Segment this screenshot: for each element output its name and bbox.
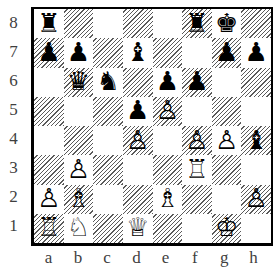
- square-c8[interactable]: [93, 9, 123, 38]
- black-rook[interactable]: ♜: [37, 10, 60, 36]
- white-bishop[interactable]: ♗: [156, 185, 179, 211]
- square-b5[interactable]: [64, 97, 94, 126]
- square-b4[interactable]: [64, 126, 94, 155]
- square-b6[interactable]: ♛: [64, 68, 94, 97]
- rank-label: 8: [0, 9, 27, 38]
- chess-diagram: 87654321 ♜♜♚♟♟♝♟♟♛♞♟♟♟♙♙♙♙♝♙♖♙♗♗♙♖♘♕♔ ab…: [0, 0, 279, 280]
- square-h4[interactable]: ♝: [241, 126, 271, 155]
- square-g8[interactable]: ♚: [212, 9, 242, 38]
- square-f6[interactable]: ♟: [182, 68, 212, 97]
- square-a4[interactable]: [34, 126, 64, 155]
- black-bishop[interactable]: ♝: [245, 127, 268, 153]
- white-pawn[interactable]: ♙: [215, 127, 238, 153]
- square-d1[interactable]: ♕: [123, 214, 153, 243]
- white-queen[interactable]: ♕: [126, 214, 149, 240]
- square-c2[interactable]: [93, 185, 123, 214]
- square-d2[interactable]: [123, 185, 153, 214]
- square-c7[interactable]: [93, 38, 123, 67]
- board-grid: ♜♜♚♟♟♝♟♟♛♞♟♟♟♙♙♙♙♝♙♖♙♗♗♙♖♘♕♔: [34, 9, 271, 243]
- square-c5[interactable]: [93, 97, 123, 126]
- rank-label: 1: [0, 211, 27, 240]
- square-b2[interactable]: ♗: [64, 185, 94, 214]
- square-h5[interactable]: [241, 97, 271, 126]
- black-pawn[interactable]: ♟: [185, 68, 208, 94]
- square-e7[interactable]: [153, 38, 183, 67]
- rank-labels: 87654321: [0, 9, 27, 240]
- square-a1[interactable]: ♖: [34, 214, 64, 243]
- black-pawn[interactable]: ♟: [245, 39, 268, 65]
- square-c6[interactable]: ♞: [93, 68, 123, 97]
- square-a2[interactable]: ♙: [34, 185, 64, 214]
- square-g6[interactable]: [212, 68, 242, 97]
- file-label: f: [180, 246, 209, 270]
- file-label: e: [151, 246, 180, 270]
- black-rook[interactable]: ♜: [185, 10, 208, 36]
- square-f2[interactable]: [182, 185, 212, 214]
- black-pawn[interactable]: ♟: [215, 39, 238, 65]
- square-c4[interactable]: [93, 126, 123, 155]
- file-label: c: [93, 246, 122, 270]
- square-f3[interactable]: ♖: [182, 155, 212, 184]
- square-g7[interactable]: ♟: [212, 38, 242, 67]
- rank-label: 5: [0, 96, 27, 125]
- black-knight[interactable]: ♞: [96, 68, 119, 94]
- white-bishop[interactable]: ♗: [67, 185, 90, 211]
- square-a7[interactable]: ♟: [34, 38, 64, 67]
- square-h6[interactable]: [241, 68, 271, 97]
- square-g4[interactable]: ♙: [212, 126, 242, 155]
- square-g1[interactable]: ♔: [212, 214, 242, 243]
- square-a8[interactable]: ♜: [34, 9, 64, 38]
- square-a3[interactable]: [34, 155, 64, 184]
- square-h7[interactable]: ♟: [241, 38, 271, 67]
- file-label: g: [210, 246, 239, 270]
- square-d7[interactable]: ♝: [123, 38, 153, 67]
- square-b1[interactable]: ♘: [64, 214, 94, 243]
- white-pawn[interactable]: ♙: [245, 185, 268, 211]
- square-e2[interactable]: ♗: [153, 185, 183, 214]
- square-e1[interactable]: [153, 214, 183, 243]
- black-bishop[interactable]: ♝: [126, 39, 149, 65]
- square-a6[interactable]: [34, 68, 64, 97]
- square-d6[interactable]: [123, 68, 153, 97]
- rank-label: 7: [0, 38, 27, 67]
- black-king[interactable]: ♚: [215, 10, 238, 36]
- black-pawn[interactable]: ♟: [156, 68, 179, 94]
- square-e3[interactable]: [153, 155, 183, 184]
- square-e6[interactable]: ♟: [153, 68, 183, 97]
- square-b7[interactable]: ♟: [64, 38, 94, 67]
- rank-label: 6: [0, 67, 27, 96]
- rank-label: 3: [0, 153, 27, 182]
- white-knight[interactable]: ♘: [67, 214, 90, 240]
- file-label: h: [239, 246, 268, 270]
- square-f7[interactable]: [182, 38, 212, 67]
- square-h8[interactable]: [241, 9, 271, 38]
- white-pawn[interactable]: ♙: [126, 127, 149, 153]
- black-pawn[interactable]: ♟: [126, 97, 149, 123]
- square-f1[interactable]: [182, 214, 212, 243]
- file-label: b: [63, 246, 92, 270]
- rank-label: 2: [0, 182, 27, 211]
- file-label: d: [122, 246, 151, 270]
- white-pawn[interactable]: ♙: [67, 156, 90, 182]
- square-f4[interactable]: ♙: [182, 126, 212, 155]
- white-king[interactable]: ♔: [215, 214, 238, 240]
- square-h3[interactable]: [241, 155, 271, 184]
- square-c3[interactable]: [93, 155, 123, 184]
- square-b8[interactable]: [64, 9, 94, 38]
- white-pawn[interactable]: ♙: [37, 185, 60, 211]
- white-pawn[interactable]: ♙: [185, 127, 208, 153]
- square-d5[interactable]: ♟: [123, 97, 153, 126]
- black-pawn[interactable]: ♟: [67, 39, 90, 65]
- chess-board: ♜♜♚♟♟♝♟♟♛♞♟♟♟♙♙♙♙♝♙♖♙♗♗♙♖♘♕♔: [31, 7, 273, 246]
- square-g3[interactable]: [212, 155, 242, 184]
- white-rook[interactable]: ♖: [185, 156, 208, 182]
- white-rook[interactable]: ♖: [37, 214, 60, 240]
- square-d4[interactable]: ♙: [123, 126, 153, 155]
- white-pawn[interactable]: ♙: [156, 97, 179, 123]
- rank-label: 4: [0, 125, 27, 154]
- square-e4[interactable]: [153, 126, 183, 155]
- square-a5[interactable]: [34, 97, 64, 126]
- black-pawn[interactable]: ♟: [37, 39, 60, 65]
- square-e8[interactable]: [153, 9, 183, 38]
- square-f8[interactable]: ♜: [182, 9, 212, 38]
- square-h1[interactable]: [241, 214, 271, 243]
- square-g2[interactable]: [212, 185, 242, 214]
- file-labels: abcdefgh: [34, 246, 268, 270]
- file-label: a: [34, 246, 63, 270]
- square-d8[interactable]: [123, 9, 153, 38]
- black-queen[interactable]: ♛: [67, 68, 90, 94]
- square-d3[interactable]: [123, 155, 153, 184]
- square-f5[interactable]: [182, 97, 212, 126]
- square-c1[interactable]: [93, 214, 123, 243]
- square-g5[interactable]: [212, 97, 242, 126]
- square-h2[interactable]: ♙: [241, 185, 271, 214]
- square-b3[interactable]: ♙: [64, 155, 94, 184]
- square-e5[interactable]: ♙: [153, 97, 183, 126]
